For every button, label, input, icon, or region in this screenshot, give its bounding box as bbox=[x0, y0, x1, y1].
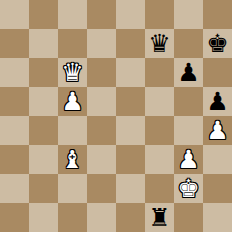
square-h7[interactable]: ♚ bbox=[203, 29, 232, 58]
square-e4[interactable] bbox=[116, 116, 145, 145]
square-d8[interactable] bbox=[87, 0, 116, 29]
square-h3[interactable] bbox=[203, 145, 232, 174]
square-f5[interactable] bbox=[145, 87, 174, 116]
square-d7[interactable] bbox=[87, 29, 116, 58]
white-pawn[interactable]: ♟ bbox=[61, 87, 83, 116]
square-e8[interactable] bbox=[116, 0, 145, 29]
square-a3[interactable] bbox=[0, 145, 29, 174]
square-h2[interactable] bbox=[203, 174, 232, 203]
square-e7[interactable] bbox=[116, 29, 145, 58]
square-e3[interactable] bbox=[116, 145, 145, 174]
square-f7[interactable]: ♛ bbox=[145, 29, 174, 58]
square-a2[interactable] bbox=[0, 174, 29, 203]
square-b1[interactable] bbox=[29, 203, 58, 232]
square-d2[interactable] bbox=[87, 174, 116, 203]
black-rook[interactable]: ♜ bbox=[148, 203, 170, 232]
square-e1[interactable] bbox=[116, 203, 145, 232]
square-d6[interactable] bbox=[87, 58, 116, 87]
square-f8[interactable] bbox=[145, 0, 174, 29]
square-f3[interactable] bbox=[145, 145, 174, 174]
white-pawn[interactable]: ♟ bbox=[177, 145, 199, 174]
square-e5[interactable] bbox=[116, 87, 145, 116]
square-c4[interactable] bbox=[58, 116, 87, 145]
white-bishop[interactable]: ♝ bbox=[61, 145, 83, 174]
square-g5[interactable] bbox=[174, 87, 203, 116]
square-c2[interactable] bbox=[58, 174, 87, 203]
square-g8[interactable] bbox=[174, 0, 203, 29]
black-queen[interactable]: ♛ bbox=[148, 29, 170, 58]
square-h6[interactable] bbox=[203, 58, 232, 87]
square-e6[interactable] bbox=[116, 58, 145, 87]
square-f6[interactable] bbox=[145, 58, 174, 87]
square-f4[interactable] bbox=[145, 116, 174, 145]
square-f1[interactable]: ♜ bbox=[145, 203, 174, 232]
white-queen[interactable]: ♛ bbox=[61, 58, 83, 87]
square-c5[interactable]: ♟ bbox=[58, 87, 87, 116]
square-g3[interactable]: ♟ bbox=[174, 145, 203, 174]
square-g6[interactable]: ♟ bbox=[174, 58, 203, 87]
square-d1[interactable] bbox=[87, 203, 116, 232]
square-g1[interactable] bbox=[174, 203, 203, 232]
square-h1[interactable] bbox=[203, 203, 232, 232]
square-h4[interactable]: ♟ bbox=[203, 116, 232, 145]
black-king[interactable]: ♚ bbox=[206, 29, 228, 58]
square-a7[interactable] bbox=[0, 29, 29, 58]
square-b2[interactable] bbox=[29, 174, 58, 203]
square-d3[interactable] bbox=[87, 145, 116, 174]
square-a4[interactable] bbox=[0, 116, 29, 145]
square-d5[interactable] bbox=[87, 87, 116, 116]
square-c7[interactable] bbox=[58, 29, 87, 58]
white-pawn[interactable]: ♟ bbox=[206, 116, 228, 145]
square-b7[interactable] bbox=[29, 29, 58, 58]
square-e2[interactable] bbox=[116, 174, 145, 203]
square-c3[interactable]: ♝ bbox=[58, 145, 87, 174]
square-a6[interactable] bbox=[0, 58, 29, 87]
square-b8[interactable] bbox=[29, 0, 58, 29]
square-c1[interactable] bbox=[58, 203, 87, 232]
square-c8[interactable] bbox=[58, 0, 87, 29]
chess-board: ♛♚♛♟♟♟♟♝♟♚♜ bbox=[0, 0, 232, 232]
square-a5[interactable] bbox=[0, 87, 29, 116]
square-g4[interactable] bbox=[174, 116, 203, 145]
black-pawn[interactable]: ♟ bbox=[206, 87, 228, 116]
white-king[interactable]: ♚ bbox=[177, 174, 199, 203]
square-b3[interactable] bbox=[29, 145, 58, 174]
square-c6[interactable]: ♛ bbox=[58, 58, 87, 87]
square-g7[interactable] bbox=[174, 29, 203, 58]
square-b5[interactable] bbox=[29, 87, 58, 116]
black-pawn[interactable]: ♟ bbox=[177, 58, 199, 87]
square-a8[interactable] bbox=[0, 0, 29, 29]
square-b6[interactable] bbox=[29, 58, 58, 87]
square-d4[interactable] bbox=[87, 116, 116, 145]
square-a1[interactable] bbox=[0, 203, 29, 232]
square-h8[interactable] bbox=[203, 0, 232, 29]
square-h5[interactable]: ♟ bbox=[203, 87, 232, 116]
square-g2[interactable]: ♚ bbox=[174, 174, 203, 203]
square-f2[interactable] bbox=[145, 174, 174, 203]
square-b4[interactable] bbox=[29, 116, 58, 145]
